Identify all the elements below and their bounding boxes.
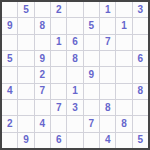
cell-r7c3[interactable] [35,100,50,115]
cell-r2c7[interactable] [100,18,115,33]
cell-r8c6: 7 [84,116,99,131]
cell-r5c6: 9 [84,67,99,82]
cell-r2c9[interactable] [133,18,148,33]
cell-r3c8[interactable] [116,35,131,50]
cell-r3c7: 7 [100,35,115,50]
cell-r3c4: 1 [51,35,66,50]
cell-r6c3: 7 [35,84,50,99]
cell-r2c3: 8 [35,18,50,33]
cell-r1c2: 5 [18,2,33,17]
cell-r1c8[interactable] [116,2,131,17]
cell-r6c9: 8 [133,84,148,99]
cell-r8c7[interactable] [100,116,115,131]
cell-r8c8: 8 [116,116,131,131]
cell-r5c7[interactable] [100,67,115,82]
cell-r3c6[interactable] [84,35,99,50]
cell-r1c7: 1 [100,2,115,17]
cell-r8c4[interactable] [51,116,66,131]
cell-r9c4: 6 [51,133,66,148]
cell-r9c5[interactable] [67,133,82,148]
cell-r2c4[interactable] [51,18,66,33]
cell-r5c5[interactable] [67,67,82,82]
cell-r7c6[interactable] [84,100,99,115]
cell-r8c5[interactable] [67,116,82,131]
cell-r6c7[interactable] [100,84,115,99]
cell-r5c9[interactable] [133,67,148,82]
cell-r7c9[interactable] [133,100,148,115]
cell-r5c3: 2 [35,67,50,82]
cell-r7c2[interactable] [18,100,33,115]
cell-r9c2: 9 [18,133,33,148]
cell-r5c2[interactable] [18,67,33,82]
cell-r2c8: 1 [116,18,131,33]
cell-r4c9: 6 [133,51,148,66]
cell-r4c3: 9 [35,51,50,66]
cell-r4c2[interactable] [18,51,33,66]
cell-r1c6[interactable] [84,2,99,17]
cell-r3c2[interactable] [18,35,33,50]
cell-r1c4: 2 [51,2,66,17]
cell-r1c9: 3 [133,2,148,17]
cell-r6c6[interactable] [84,84,99,99]
cell-r6c4[interactable] [51,84,66,99]
cell-r4c8[interactable] [116,51,131,66]
cell-r2c2[interactable] [18,18,33,33]
cell-r5c4[interactable] [51,67,66,82]
cell-r8c1: 2 [2,116,17,131]
cell-r9c3[interactable] [35,133,50,148]
cell-r6c1: 4 [2,84,17,99]
cell-r4c7[interactable] [100,51,115,66]
cell-r9c8[interactable] [116,133,131,148]
cell-r3c3[interactable] [35,35,50,50]
cell-r6c8[interactable] [116,84,131,99]
cell-r4c1: 5 [2,51,17,66]
cell-r9c6[interactable] [84,133,99,148]
cell-r4c6[interactable] [84,51,99,66]
cell-r8c9[interactable] [133,116,148,131]
cell-r3c1[interactable] [2,35,17,50]
sudoku-board: 52139851167598629471873824789645 [0,0,150,150]
cell-r6c2[interactable] [18,84,33,99]
cell-r8c2[interactable] [18,116,33,131]
cell-r4c5: 8 [67,51,82,66]
cell-r7c7: 8 [100,100,115,115]
cell-r3c9[interactable] [133,35,148,50]
cell-r9c9: 5 [133,133,148,148]
cell-r7c4: 7 [51,100,66,115]
cell-r8c3: 4 [35,116,50,131]
cell-r2c6: 5 [84,18,99,33]
cell-r5c8[interactable] [116,67,131,82]
cell-r1c3[interactable] [35,2,50,17]
cell-r1c5[interactable] [67,2,82,17]
cell-r7c8[interactable] [116,100,131,115]
cell-r5c1[interactable] [2,67,17,82]
cell-r7c1[interactable] [2,100,17,115]
cell-r9c7: 4 [100,133,115,148]
cell-r1c1[interactable] [2,2,17,17]
cell-r4c4[interactable] [51,51,66,66]
cell-r3c5: 6 [67,35,82,50]
cell-r2c1: 9 [2,18,17,33]
cell-r9c1[interactable] [2,133,17,148]
cell-r2c5[interactable] [67,18,82,33]
cell-r6c5: 1 [67,84,82,99]
cell-r7c5: 3 [67,100,82,115]
